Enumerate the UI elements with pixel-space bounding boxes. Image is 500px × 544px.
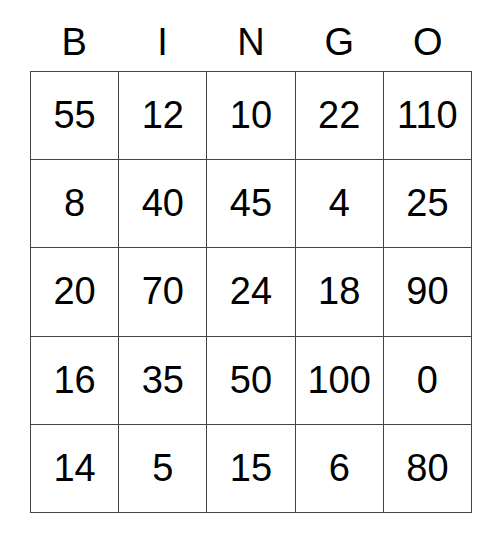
bingo-cell-r0c4[interactable]: 110	[384, 72, 472, 160]
bingo-cell-r3c0[interactable]: 16	[31, 337, 119, 425]
bingo-cell-r0c3[interactable]: 22	[296, 72, 384, 160]
bingo-cell-r1c0[interactable]: 8	[31, 160, 119, 248]
header-letter-i: I	[118, 21, 206, 64]
bingo-cell-r0c1[interactable]: 12	[119, 72, 207, 160]
bingo-cell-r1c3[interactable]: 4	[296, 160, 384, 248]
bingo-cell-r2c1[interactable]: 70	[119, 248, 207, 336]
bingo-cell-r1c2[interactable]: 45	[207, 160, 295, 248]
bingo-cell-r4c2[interactable]: 15	[207, 425, 295, 513]
bingo-card: B I N G O 55 12 10 22 110 8 40 45 4 25 2…	[30, 0, 472, 513]
bingo-cell-r3c3[interactable]: 100	[296, 337, 384, 425]
header-letter-b: B	[30, 21, 118, 64]
bingo-cell-r4c3[interactable]: 6	[296, 425, 384, 513]
bingo-cell-r4c1[interactable]: 5	[119, 425, 207, 513]
header-letter-o: O	[384, 21, 472, 64]
bingo-grid: 55 12 10 22 110 8 40 45 4 25 20 70 24 18…	[30, 71, 472, 513]
header-letter-n: N	[207, 21, 295, 64]
bingo-cell-r0c2[interactable]: 10	[207, 72, 295, 160]
bingo-cell-r2c3[interactable]: 18	[296, 248, 384, 336]
bingo-cell-r4c4[interactable]: 80	[384, 425, 472, 513]
bingo-cell-r0c0[interactable]: 55	[31, 72, 119, 160]
bingo-cell-r2c4[interactable]: 90	[384, 248, 472, 336]
bingo-header: B I N G O	[30, 0, 472, 71]
bingo-cell-r3c1[interactable]: 35	[119, 337, 207, 425]
bingo-cell-r3c2[interactable]: 50	[207, 337, 295, 425]
bingo-cell-r2c0[interactable]: 20	[31, 248, 119, 336]
bingo-cell-r4c0[interactable]: 14	[31, 425, 119, 513]
bingo-cell-r3c4[interactable]: 0	[384, 337, 472, 425]
bingo-cell-r1c1[interactable]: 40	[119, 160, 207, 248]
bingo-cell-r2c2[interactable]: 24	[207, 248, 295, 336]
header-letter-g: G	[295, 21, 383, 64]
bingo-cell-r1c4[interactable]: 25	[384, 160, 472, 248]
